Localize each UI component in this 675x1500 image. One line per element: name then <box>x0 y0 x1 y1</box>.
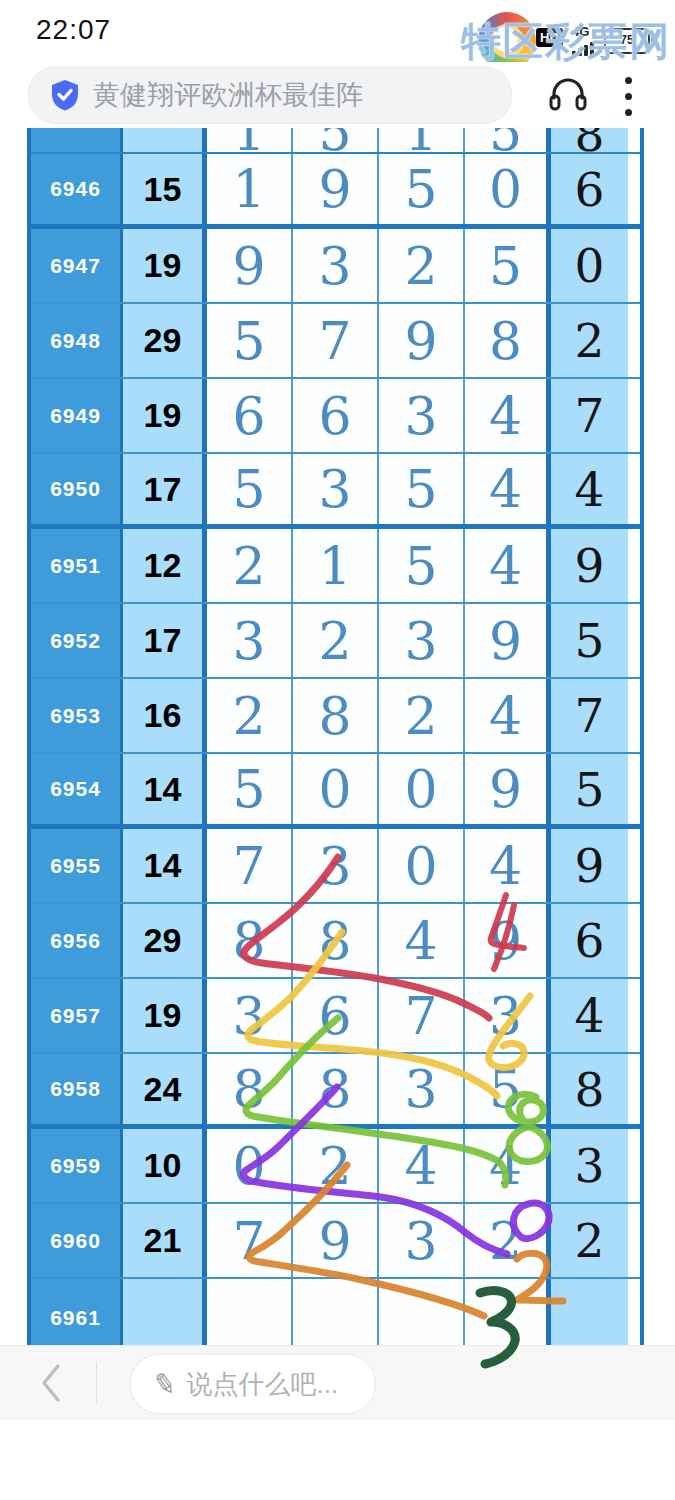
digit-cell-2: 6 <box>293 379 379 452</box>
table-row: 6949 19 6 6 3 4 7 <box>31 379 640 454</box>
digit-cell-2: 9 <box>293 1204 379 1277</box>
period-cell: 6950 <box>31 454 123 524</box>
tail-cell: 0 <box>551 229 628 302</box>
period-cell: 6948 <box>31 304 123 377</box>
digit-cell-4: 4 <box>465 829 551 902</box>
table-row: 6956 29 8 8 4 9 6 <box>31 904 640 979</box>
digit-cell-3: 3 <box>379 1204 465 1277</box>
digit-cell-1: 7 <box>207 829 293 902</box>
table-row: 6954 14 5 0 0 9 5 <box>31 754 640 829</box>
digit-cell-2: 2 <box>293 604 379 677</box>
digit-cell-4: 3 <box>465 979 551 1052</box>
comment-placeholder: 说点什么吧... <box>186 1367 338 1402</box>
digit-cell-4: 2 <box>465 1204 551 1277</box>
tail-cell: 2 <box>551 1204 628 1277</box>
period-cell: 6961 <box>31 1279 123 1345</box>
clock-time: 22:07 <box>36 14 111 46</box>
tail-cell: 9 <box>551 829 628 902</box>
digit-cell-2: 5 <box>293 128 379 152</box>
digit-cell-4: 0 <box>465 154 551 224</box>
sum-cell: 12 <box>123 529 207 602</box>
sum-cell: 19 <box>123 379 207 452</box>
tail-cell: 3 <box>551 1129 628 1202</box>
digit-cell-3: 0 <box>379 754 465 824</box>
tail-cell: 8 <box>551 128 628 152</box>
collapse-chevron-icon[interactable] <box>36 1360 66 1406</box>
digit-cell-1: 8 <box>207 904 293 977</box>
comment-bar: ✎ 说点什么吧... 30 51 <box>0 1345 675 1421</box>
digit-cell-2: 3 <box>293 454 379 524</box>
digit-cell-3: 7 <box>379 979 465 1052</box>
period-cell: 6957 <box>31 979 123 1052</box>
digit-cell-3: 5 <box>379 154 465 224</box>
period-cell: 6946 <box>31 154 123 224</box>
lottery-trend-table: 1 5 1 5 8 6946 15 1 9 5 0 6 6947 19 9 3 … <box>27 128 644 1345</box>
digit-cell-1: 5 <box>207 754 293 824</box>
digit-cell-1: 6 <box>207 379 293 452</box>
sum-cell <box>123 128 207 152</box>
digit-cell-3: 3 <box>379 379 465 452</box>
period-cell <box>31 128 123 152</box>
table-row: 6961 <box>31 1279 640 1345</box>
digit-cell-4 <box>465 1279 551 1345</box>
period-cell: 6949 <box>31 379 123 452</box>
digit-cell-1: 7 <box>207 1204 293 1277</box>
digit-cell-3: 9 <box>379 304 465 377</box>
tail-cell: 4 <box>551 979 628 1052</box>
sum-cell: 19 <box>123 979 207 1052</box>
digit-cell-1: 1 <box>207 154 293 224</box>
digit-cell-4: 5 <box>465 1054 551 1124</box>
tail-cell: 7 <box>551 379 628 452</box>
digit-cell-3: 5 <box>379 454 465 524</box>
digit-cell-4: 5 <box>465 128 551 152</box>
period-cell: 6954 <box>31 754 123 824</box>
digit-cell-1: 2 <box>207 679 293 752</box>
tail-cell: 6 <box>551 154 628 224</box>
network-type-icon: 4G <box>572 24 589 39</box>
sum-cell: 21 <box>123 1204 207 1277</box>
period-cell: 6947 <box>31 229 123 302</box>
digit-cell-4: 9 <box>465 754 551 824</box>
sum-cell: 29 <box>123 904 207 977</box>
bottom-nav-bar: 4 1 du <box>0 1420 675 1500</box>
digit-cell-2: 8 <box>293 904 379 977</box>
table-row: 6948 29 5 7 9 8 2 <box>31 304 640 379</box>
digit-cell-2: 8 <box>293 679 379 752</box>
sum-cell: 15 <box>123 154 207 224</box>
sum-cell <box>123 1279 207 1345</box>
tail-cell: 7 <box>551 679 628 752</box>
digit-cell-4: 4 <box>465 1129 551 1202</box>
headphones-icon[interactable] <box>546 72 590 116</box>
table-row: 6951 12 2 1 5 4 9 <box>31 529 640 604</box>
table-row: 6947 19 9 3 2 5 0 <box>31 229 640 304</box>
table-row: 6957 19 3 6 7 3 4 <box>31 979 640 1054</box>
tail-cell: 5 <box>551 604 628 677</box>
digit-cell-4: 4 <box>465 379 551 452</box>
period-cell: 6953 <box>31 679 123 752</box>
search-query: 黄健翔评欧洲杯最佳阵 <box>93 77 363 113</box>
phone-screen: 22:07 HD 4G 75 特区彩票网 www.tqcp.net 黄健翔评欧洲… <box>0 0 675 1500</box>
digit-cell-2: 8 <box>293 1054 379 1124</box>
tail-cell: 6 <box>551 904 628 977</box>
digit-cell-4: 4 <box>465 679 551 752</box>
shield-check-icon <box>49 79 81 111</box>
digit-cell-2: 7 <box>293 304 379 377</box>
table-row: 6946 15 1 9 5 0 6 <box>31 154 640 229</box>
digit-cell-3: 3 <box>379 1054 465 1124</box>
period-cell: 6951 <box>31 529 123 602</box>
tail-cell: 8 <box>551 1054 628 1124</box>
hd-icon: HD <box>536 28 563 47</box>
digit-cell-2: 1 <box>293 529 379 602</box>
sum-cell: 14 <box>123 754 207 824</box>
sum-cell: 14 <box>123 829 207 902</box>
digit-cell-1: 3 <box>207 979 293 1052</box>
table-row: 6958 24 8 8 3 5 8 <box>31 1054 640 1129</box>
tail-cell: 5 <box>551 754 628 824</box>
tail-cell: 4 <box>551 454 628 524</box>
status-bar: 22:07 HD 4G 75 特区彩票网 www.tqcp.net <box>0 0 675 62</box>
digit-cell-1: 1 <box>207 128 293 152</box>
table-row: 6960 21 7 9 3 2 2 <box>31 1204 640 1279</box>
digit-cell-3: 0 <box>379 829 465 902</box>
digit-cell-1: 0 <box>207 1129 293 1202</box>
digit-cell-3: 2 <box>379 229 465 302</box>
digit-cell-3: 3 <box>379 604 465 677</box>
sum-cell: 24 <box>123 1054 207 1124</box>
sum-cell: 10 <box>123 1129 207 1202</box>
digit-cell-1: 2 <box>207 529 293 602</box>
digit-cell-1 <box>207 1279 293 1345</box>
tail-cell <box>551 1279 628 1345</box>
digit-cell-1: 9 <box>207 229 293 302</box>
sum-cell: 16 <box>123 679 207 752</box>
sum-cell: 17 <box>123 604 207 677</box>
digit-cell-2: 3 <box>293 829 379 902</box>
divider <box>96 1362 97 1404</box>
table-row: 1 5 1 5 8 <box>31 128 640 154</box>
period-cell: 6958 <box>31 1054 123 1124</box>
period-cell: 6960 <box>31 1204 123 1277</box>
digit-cell-1: 5 <box>207 304 293 377</box>
comment-input[interactable]: ✎ 说点什么吧... <box>130 1354 376 1414</box>
digit-cell-3: 4 <box>379 904 465 977</box>
sum-cell: 19 <box>123 229 207 302</box>
digit-cell-3: 5 <box>379 529 465 602</box>
digit-cell-4: 5 <box>465 229 551 302</box>
table-row: 6952 17 3 2 3 9 5 <box>31 604 640 679</box>
digit-cell-1: 3 <box>207 604 293 677</box>
digit-cell-4: 9 <box>465 904 551 977</box>
table-row: 6953 16 2 8 2 4 7 <box>31 679 640 754</box>
period-cell: 6956 <box>31 904 123 977</box>
table-row: 6950 17 5 3 5 4 4 <box>31 454 640 529</box>
digit-cell-4: 8 <box>465 304 551 377</box>
digit-cell-2 <box>293 1279 379 1345</box>
tail-cell: 2 <box>551 304 628 377</box>
table-row: 6955 14 7 3 0 4 9 <box>31 829 640 904</box>
digit-cell-2: 0 <box>293 754 379 824</box>
digit-cell-3: 4 <box>379 1129 465 1202</box>
tail-cell: 9 <box>551 529 628 602</box>
pencil-icon: ✎ <box>150 1366 179 1403</box>
browser-search-bar: 黄健翔评欧洲杯最佳阵 <box>0 62 675 128</box>
digit-cell-3: 2 <box>379 679 465 752</box>
table-row: 6959 10 0 2 4 4 3 <box>31 1129 640 1204</box>
digit-cell-2: 6 <box>293 979 379 1052</box>
digit-cell-3: 1 <box>379 128 465 152</box>
sum-cell: 29 <box>123 304 207 377</box>
digit-cell-2: 3 <box>293 229 379 302</box>
digit-cell-1: 5 <box>207 454 293 524</box>
digit-cell-3 <box>379 1279 465 1345</box>
period-cell: 6952 <box>31 604 123 677</box>
digit-cell-2: 2 <box>293 1129 379 1202</box>
digit-cell-4: 4 <box>465 529 551 602</box>
digit-cell-2: 9 <box>293 154 379 224</box>
battery-icon: 75 <box>604 28 650 54</box>
search-input[interactable]: 黄健翔评欧洲杯最佳阵 <box>28 66 512 124</box>
digit-cell-1: 8 <box>207 1054 293 1124</box>
period-cell: 6959 <box>31 1129 123 1202</box>
sum-cell: 17 <box>123 454 207 524</box>
digit-cell-4: 4 <box>465 454 551 524</box>
overflow-menu-icon[interactable] <box>622 74 634 118</box>
period-cell: 6955 <box>31 829 123 902</box>
signal-bars-icon <box>572 42 594 56</box>
digit-cell-4: 9 <box>465 604 551 677</box>
